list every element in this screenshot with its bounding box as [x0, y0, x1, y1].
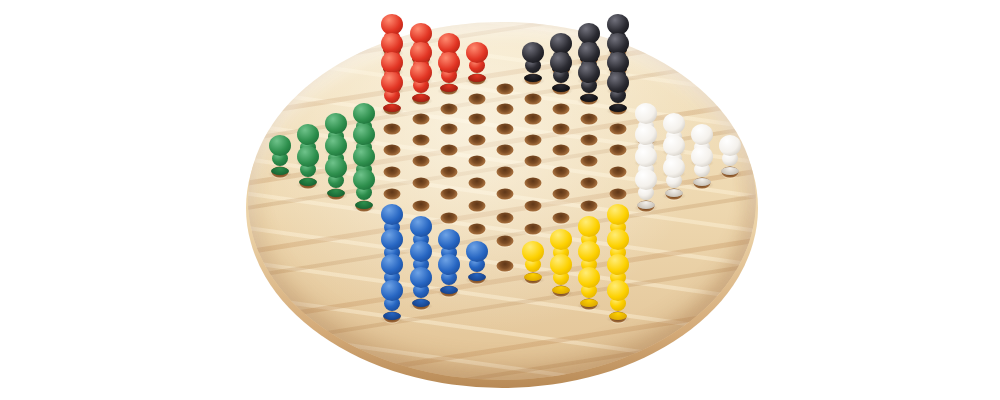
board-hole[interactable] [525, 134, 542, 145]
peg-foot [552, 286, 570, 294]
board-hole[interactable] [525, 200, 542, 211]
board-hole[interactable] [553, 103, 570, 114]
peg-foot [383, 104, 401, 112]
board-hole[interactable] [581, 178, 598, 189]
peg-foot [609, 312, 627, 320]
peg-head [381, 254, 403, 275]
peg-foot [355, 201, 373, 209]
board-hole[interactable] [525, 224, 542, 235]
peg-green[interactable] [324, 157, 348, 199]
peg-head [325, 113, 347, 134]
peg-black[interactable] [606, 72, 630, 114]
board-hole[interactable] [412, 200, 429, 211]
board-hole[interactable] [412, 113, 429, 124]
board-hole[interactable] [581, 113, 598, 124]
board-hole[interactable] [497, 124, 514, 135]
peg-head [550, 254, 572, 275]
board-hole[interactable] [553, 145, 570, 156]
peg-head [578, 62, 600, 83]
peg-head [607, 280, 629, 301]
peg-head [353, 146, 375, 167]
peg-head [607, 52, 629, 73]
peg-foot [524, 74, 542, 82]
board-hole[interactable] [497, 212, 514, 223]
board-hole[interactable] [497, 167, 514, 178]
peg-foot [693, 178, 711, 186]
peg-blue[interactable] [437, 254, 461, 296]
peg-head [410, 42, 432, 63]
board-hole[interactable] [525, 156, 542, 167]
peg-white[interactable] [662, 157, 686, 199]
peg-head [550, 229, 572, 250]
peg-head [635, 124, 657, 145]
peg-foot [440, 286, 458, 294]
board-hole[interactable] [412, 134, 429, 145]
peg-green[interactable] [352, 169, 376, 211]
board-hole[interactable] [440, 103, 457, 114]
peg-foot [580, 299, 598, 307]
peg-head [381, 204, 403, 225]
board-hole[interactable] [468, 224, 485, 235]
peg-head [381, 229, 403, 250]
board-hole[interactable] [553, 189, 570, 200]
peg-foot [299, 178, 317, 186]
peg-head [578, 241, 600, 262]
peg-head [635, 146, 657, 167]
board-hole[interactable] [468, 113, 485, 124]
peg-foot [580, 94, 598, 102]
board-hole[interactable] [525, 178, 542, 189]
peg-head [663, 157, 685, 178]
hole-field [0, 0, 1000, 400]
peg-blue[interactable] [380, 280, 404, 322]
board-hole[interactable] [440, 212, 457, 223]
peg-red[interactable] [465, 42, 489, 84]
peg-head [550, 33, 572, 54]
board-hole[interactable] [384, 167, 401, 178]
peg-white[interactable] [690, 146, 714, 188]
peg-head [381, 72, 403, 93]
board-hole[interactable] [609, 167, 626, 178]
board-hole[interactable] [497, 189, 514, 200]
peg-black[interactable] [577, 62, 601, 104]
board-hole[interactable] [468, 93, 485, 104]
peg-head [325, 135, 347, 156]
peg-head [353, 124, 375, 145]
peg-foot [271, 167, 289, 175]
peg-head [438, 33, 460, 54]
peg-head [438, 52, 460, 73]
peg-head [353, 103, 375, 124]
peg-foot [327, 189, 345, 197]
peg-foot [412, 94, 430, 102]
board-hole[interactable] [581, 134, 598, 145]
peg-red[interactable] [380, 72, 404, 114]
peg-head [578, 267, 600, 288]
peg-foot [412, 299, 430, 307]
board-hole[interactable] [440, 145, 457, 156]
peg-yellow[interactable] [549, 254, 573, 296]
board-hole[interactable] [440, 189, 457, 200]
peg-foot [665, 189, 683, 197]
peg-yellow[interactable] [521, 241, 545, 283]
peg-foot [383, 312, 401, 320]
peg-head [522, 241, 544, 262]
peg-foot [637, 201, 655, 209]
peg-head [578, 42, 600, 63]
board-hole[interactable] [525, 93, 542, 104]
peg-foot [468, 273, 486, 281]
peg-green[interactable] [296, 146, 320, 188]
peg-head [663, 135, 685, 156]
board-hole[interactable] [468, 200, 485, 211]
peg-head [691, 146, 713, 167]
peg-head [607, 72, 629, 93]
board-hole[interactable] [497, 236, 514, 247]
peg-foot [609, 104, 627, 112]
board-hole[interactable] [497, 83, 514, 94]
board-hole[interactable] [468, 178, 485, 189]
board-hole[interactable] [412, 178, 429, 189]
peg-white[interactable] [718, 135, 742, 177]
peg-head [381, 33, 403, 54]
peg-head [466, 42, 488, 63]
peg-head [410, 62, 432, 83]
peg-head [353, 169, 375, 190]
board-hole[interactable] [384, 145, 401, 156]
peg-head [719, 135, 741, 156]
peg-head [578, 216, 600, 237]
peg-head [410, 267, 432, 288]
peg-foot [552, 84, 570, 92]
board-hole[interactable] [497, 260, 514, 271]
peg-blue[interactable] [465, 241, 489, 283]
peg-head [325, 157, 347, 178]
peg-white[interactable] [634, 169, 658, 211]
board-hole[interactable] [440, 167, 457, 178]
board-hole[interactable] [525, 113, 542, 124]
peg-head [466, 241, 488, 262]
peg-head [691, 124, 713, 145]
photo-canvas [0, 0, 1000, 400]
board-hole[interactable] [553, 212, 570, 223]
peg-head [607, 254, 629, 275]
peg-head [635, 103, 657, 124]
peg-black[interactable] [549, 52, 573, 94]
peg-head [663, 113, 685, 134]
peg-head [297, 124, 319, 145]
peg-blue[interactable] [409, 267, 433, 309]
board-hole[interactable] [497, 103, 514, 114]
board-hole[interactable] [384, 124, 401, 135]
peg-head [635, 169, 657, 190]
peg-red[interactable] [437, 52, 461, 94]
peg-foot [721, 167, 739, 175]
peg-red[interactable] [409, 62, 433, 104]
board-hole[interactable] [468, 156, 485, 167]
peg-head [381, 280, 403, 301]
peg-green[interactable] [268, 135, 292, 177]
board-hole[interactable] [609, 189, 626, 200]
board-hole[interactable] [384, 189, 401, 200]
peg-head [381, 52, 403, 73]
board-hole[interactable] [553, 124, 570, 135]
peg-foot [524, 273, 542, 281]
board-hole[interactable] [581, 200, 598, 211]
peg-head [438, 229, 460, 250]
board-hole[interactable] [412, 156, 429, 167]
peg-black[interactable] [521, 42, 545, 84]
board-hole[interactable] [609, 124, 626, 135]
peg-foot [440, 84, 458, 92]
board-hole[interactable] [553, 167, 570, 178]
peg-head [269, 135, 291, 156]
board-hole[interactable] [497, 145, 514, 156]
board-hole[interactable] [609, 145, 626, 156]
board-hole[interactable] [468, 134, 485, 145]
peg-head [607, 33, 629, 54]
peg-yellow[interactable] [577, 267, 601, 309]
peg-foot [468, 74, 486, 82]
peg-yellow[interactable] [606, 280, 630, 322]
peg-head [438, 254, 460, 275]
peg-head [297, 146, 319, 167]
board-hole[interactable] [440, 124, 457, 135]
peg-head [410, 241, 432, 262]
peg-head [410, 216, 432, 237]
board-hole[interactable] [581, 156, 598, 167]
peg-head [550, 52, 572, 73]
peg-head [522, 42, 544, 63]
peg-head [607, 204, 629, 225]
peg-head [607, 229, 629, 250]
